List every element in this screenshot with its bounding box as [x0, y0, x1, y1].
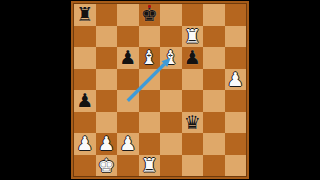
square-f4	[182, 90, 204, 112]
thumbnail-canvas: { "game": "chess", "position": "r2k4/5R2…	[0, 0, 320, 180]
white-king-piece: ♚	[96, 155, 118, 177]
square-h6	[225, 47, 247, 69]
square-a1	[74, 155, 96, 177]
square-c6: ♟	[117, 47, 139, 69]
black-pawn-piece: ♟	[117, 47, 139, 69]
square-c4	[117, 90, 139, 112]
square-c8	[117, 4, 139, 26]
square-h3	[225, 112, 247, 134]
square-g4	[203, 90, 225, 112]
square-d7	[139, 26, 161, 48]
square-d6: ♝	[139, 47, 161, 69]
square-g7	[203, 26, 225, 48]
square-f2	[182, 133, 204, 155]
square-d2	[139, 133, 161, 155]
white-rook-piece: ♜	[139, 155, 161, 177]
square-e2	[160, 133, 182, 155]
white-pawn-piece: ♟	[225, 69, 247, 91]
square-e8	[160, 4, 182, 26]
square-a5	[74, 69, 96, 91]
board-frame: ♜♚♜♟♝♝♟♟♟♛♟♟♟♚♜	[71, 1, 249, 179]
chessboard: ♜♚♜♟♝♝♟♟♟♛♟♟♟♚♜	[70, 0, 250, 180]
square-b3	[96, 112, 118, 134]
square-e6: ♝	[160, 47, 182, 69]
square-h8	[225, 4, 247, 26]
white-pawn-piece: ♟	[117, 133, 139, 155]
square-h1	[225, 155, 247, 177]
square-a3	[74, 112, 96, 134]
square-a2: ♟	[74, 133, 96, 155]
square-f7: ♜	[182, 26, 204, 48]
square-f8	[182, 4, 204, 26]
black-king-piece: ♚	[139, 4, 161, 26]
square-b7	[96, 26, 118, 48]
square-h7	[225, 26, 247, 48]
square-a7	[74, 26, 96, 48]
black-rook-piece: ♜	[74, 4, 96, 26]
square-f5	[182, 69, 204, 91]
square-c2: ♟	[117, 133, 139, 155]
square-d5	[139, 69, 161, 91]
square-g1	[203, 155, 225, 177]
white-bishop-piece: ♝	[160, 47, 182, 69]
square-c7	[117, 26, 139, 48]
square-e4	[160, 90, 182, 112]
square-c3	[117, 112, 139, 134]
square-c1	[117, 155, 139, 177]
square-b6	[96, 47, 118, 69]
square-f6: ♟	[182, 47, 204, 69]
square-g2	[203, 133, 225, 155]
white-bishop-piece: ♝	[139, 47, 161, 69]
square-d3	[139, 112, 161, 134]
square-d8: ♚	[139, 4, 161, 26]
square-e7	[160, 26, 182, 48]
square-e3	[160, 112, 182, 134]
square-c5	[117, 69, 139, 91]
square-b8	[96, 4, 118, 26]
black-pawn-piece: ♟	[182, 47, 204, 69]
square-a8: ♜	[74, 4, 96, 26]
white-pawn-piece: ♟	[74, 133, 96, 155]
square-b4	[96, 90, 118, 112]
square-f3: ♛	[182, 112, 204, 134]
square-g8	[203, 4, 225, 26]
square-e1	[160, 155, 182, 177]
square-g6	[203, 47, 225, 69]
square-f1	[182, 155, 204, 177]
square-h2	[225, 133, 247, 155]
square-d1: ♜	[139, 155, 161, 177]
black-pawn-piece: ♟	[74, 90, 96, 112]
square-g3	[203, 112, 225, 134]
square-g5	[203, 69, 225, 91]
square-b1: ♚	[96, 155, 118, 177]
white-rook-piece: ♜	[182, 26, 204, 48]
white-pawn-piece: ♟	[96, 133, 118, 155]
square-b5	[96, 69, 118, 91]
square-e5	[160, 69, 182, 91]
square-b2: ♟	[96, 133, 118, 155]
board-grid: ♜♚♜♟♝♝♟♟♟♛♟♟♟♚♜	[74, 4, 246, 176]
square-a6	[74, 47, 96, 69]
black-queen-piece: ♛	[182, 112, 204, 134]
square-a4: ♟	[74, 90, 96, 112]
square-h4	[225, 90, 247, 112]
square-h5: ♟	[225, 69, 247, 91]
square-d4	[139, 90, 161, 112]
